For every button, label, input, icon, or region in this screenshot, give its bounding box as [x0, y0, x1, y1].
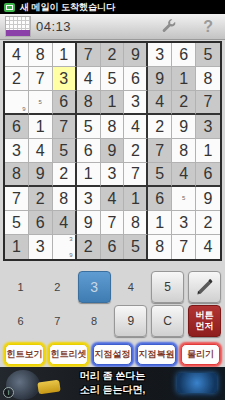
digit-2-button[interactable]: 2	[41, 271, 74, 303]
cell-value: 5	[12, 214, 21, 232]
cell-value: 7	[155, 142, 164, 160]
cell-r5c2[interactable]: 4	[29, 139, 53, 163]
cell-r5c8[interactable]: 8	[172, 139, 196, 163]
digit-9-button[interactable]: 9	[114, 305, 147, 337]
cell-value: 7	[36, 70, 45, 88]
cell-r8c7[interactable]: 1	[148, 211, 172, 235]
ad-headline: 머리 좀 쓴다는 소리 듣는다면,	[0, 369, 225, 396]
question-mark-icon: ?	[203, 18, 213, 36]
cell-value: 1	[12, 238, 21, 256]
cell-r8c8[interactable]: 3	[172, 211, 196, 235]
cell-r5c5[interactable]: 9	[101, 139, 125, 163]
control-button-1[interactable]: 힌트보기	[5, 344, 44, 365]
cell-r4c7[interactable]: 2	[148, 115, 172, 139]
cell-r9c2[interactable]: 3	[29, 235, 53, 259]
cell-value: 1	[131, 190, 140, 208]
candidate-mark: 9	[20, 106, 28, 113]
cell-value: 8	[131, 214, 140, 232]
cell-value: 8	[179, 142, 188, 160]
pen-mode-button[interactable]	[188, 271, 221, 303]
control-button-3[interactable]: 지점설정	[93, 344, 132, 365]
cell-value: 3	[108, 165, 117, 183]
cell-r7c1[interactable]: 7	[5, 187, 29, 211]
cell-value: 1	[179, 70, 188, 88]
pen-marker-icon	[194, 277, 214, 297]
ad-headline-line1: 머리 좀 쓴다는	[0, 369, 225, 383]
cell-value: 6	[84, 142, 93, 160]
status-bar: 새 메일이 도착했습니다	[0, 0, 225, 14]
cell-value: 5	[155, 165, 164, 183]
cell-r9c6[interactable]: 5	[124, 235, 148, 259]
cell-value: 7	[12, 190, 21, 208]
cell-r8c5[interactable]: 7	[101, 211, 125, 235]
cell-value: 4	[12, 46, 21, 64]
cell-r3c4[interactable]: 8	[77, 91, 101, 115]
cell-value: 3	[59, 70, 68, 88]
number-pad: 12345 6789C버튼 먼저	[0, 261, 225, 337]
cell-value: 2	[108, 46, 117, 64]
candidate-mark: 3	[67, 235, 74, 243]
cell-r1c5[interactable]: 2	[101, 43, 125, 67]
button-first-mode-button[interactable]: 버튼 먼저	[188, 305, 221, 337]
cell-r4c2[interactable]: 1	[29, 115, 53, 139]
cell-r6c2[interactable]: 9	[29, 163, 53, 187]
cell-r2c4[interactable]: 4	[77, 67, 101, 91]
cell-value: 4	[36, 142, 45, 160]
cell-r7c9[interactable]: 9	[196, 187, 220, 211]
cell-value: 1	[59, 46, 68, 64]
cell-r4c4[interactable]: 5	[77, 115, 101, 139]
cell-r6c5[interactable]: 3	[101, 163, 125, 187]
cell-r2c7[interactable]: 9	[148, 67, 172, 91]
cell-r2c2[interactable]: 7	[29, 67, 53, 91]
cell-value: 3	[155, 46, 164, 64]
cell-value: 8	[155, 238, 164, 256]
cell-value: 3	[179, 214, 188, 232]
cell-r9c3[interactable]: 39	[53, 235, 77, 259]
cell-value: 9	[131, 46, 140, 64]
cell-r3c2[interactable]: 5	[29, 91, 53, 115]
cell-value: 2	[84, 238, 93, 256]
cell-r6c6[interactable]: 7	[124, 163, 148, 187]
cell-r2c1[interactable]: 2	[5, 67, 29, 91]
control-button-2[interactable]: 힌트리셋	[49, 344, 88, 365]
cell-value: 4	[108, 190, 117, 208]
cell-r3c6[interactable]: 3	[124, 91, 148, 115]
cell-value: 8	[84, 93, 93, 111]
cell-value: 4	[84, 70, 93, 88]
cell-r1c7[interactable]: 3	[148, 43, 172, 67]
cell-value: 5	[131, 238, 140, 256]
new-mail-icon	[4, 3, 15, 12]
cell-value: 1	[36, 118, 45, 136]
cell-r1c9[interactable]: 5	[196, 43, 220, 67]
cell-r4c9[interactable]: 3	[196, 115, 220, 139]
ad-banner[interactable]: 머리 좀 쓴다는 소리 듣는다면, i	[0, 367, 225, 400]
cell-r2c3[interactable]: 3	[53, 67, 77, 91]
cell-r3c7[interactable]: 4	[148, 91, 172, 115]
digit-8-button[interactable]: 8	[78, 305, 111, 337]
cell-r6c9[interactable]: 6	[196, 163, 220, 187]
cell-value: 9	[179, 118, 188, 136]
cell-value: 9	[108, 142, 117, 160]
cell-value: 5	[204, 46, 213, 64]
cell-r9c7[interactable]: 8	[148, 235, 172, 259]
cell-r8c2[interactable]: 6	[29, 211, 53, 235]
cell-value: 2	[179, 93, 188, 111]
digit-4-button[interactable]: 4	[114, 271, 147, 303]
cell-value: 2	[204, 214, 213, 232]
cell-value: 5	[108, 70, 117, 88]
cell-r2c5[interactable]: 5	[101, 67, 125, 91]
cell-r1c4[interactable]: 7	[77, 43, 101, 67]
cell-value: 5	[84, 118, 93, 136]
cell-value: 1	[204, 142, 213, 160]
digit-3-button[interactable]: 3	[78, 271, 111, 303]
cell-value: 5	[59, 142, 68, 160]
cell-value: 6	[155, 190, 164, 208]
cell-r7c8[interactable]: 5	[172, 187, 196, 211]
cell-r5c4[interactable]: 6	[77, 139, 101, 163]
cell-r7c7[interactable]: 6	[148, 187, 172, 211]
digit-5-button[interactable]: 5	[151, 271, 184, 303]
cell-r6c8[interactable]: 4	[172, 163, 196, 187]
ad-headline-line2: 소리 듣는다면,	[0, 383, 225, 397]
cell-r5c9[interactable]: 1	[196, 139, 220, 163]
cell-r4c1[interactable]: 6	[5, 115, 29, 139]
cell-r6c4[interactable]: 1	[77, 163, 101, 187]
cell-value: 3	[131, 93, 140, 111]
cell-value: 3	[36, 238, 45, 256]
cell-value: 2	[59, 165, 68, 183]
cell-r6c7[interactable]: 5	[148, 163, 172, 187]
cell-r1c1[interactable]: 4	[5, 43, 29, 67]
cell-value: 6	[131, 70, 140, 88]
cell-value: 6	[204, 165, 213, 183]
cell-r7c4[interactable]: 3	[77, 187, 101, 211]
cell-value: 8	[12, 165, 21, 183]
cell-r5c3[interactable]: 5	[53, 139, 77, 163]
cell-r1c3[interactable]: 1	[53, 43, 77, 67]
cell-value: 2	[12, 70, 21, 88]
cell-r7c5[interactable]: 4	[101, 187, 125, 211]
sudoku-board: 4817293652734569189568134276175842933456…	[3, 41, 222, 261]
cell-value: 4	[59, 214, 68, 232]
cell-value: 2	[155, 118, 164, 136]
cell-r9c4[interactable]: 2	[77, 235, 101, 259]
cell-r4c5[interactable]: 8	[101, 115, 125, 139]
cell-value: 9	[36, 165, 45, 183]
control-button-4[interactable]: 지점복원	[137, 344, 176, 365]
cell-r1c8[interactable]: 6	[172, 43, 196, 67]
cell-value: 7	[204, 93, 213, 111]
cell-r5c6[interactable]: 2	[124, 139, 148, 163]
cell-r7c6[interactable]: 1	[124, 187, 148, 211]
status-notification-text: 새 메일이 도착했습니다	[20, 1, 115, 14]
cell-value: 7	[84, 46, 93, 64]
app-screen: 새 메일이 도착했습니다 04:13 ? 4817293652734569189…	[0, 0, 225, 400]
cell-value: 7	[108, 214, 117, 232]
digit-6-button[interactable]: 6	[4, 305, 37, 337]
cell-r3c1[interactable]: 9	[5, 91, 29, 115]
control-button-5[interactable]: 물리기	[181, 344, 220, 365]
control-button-row: 힌트보기힌트리셋지점설정지점복원물리기	[0, 337, 225, 365]
app-logo	[5, 16, 31, 37]
cell-value: 1	[108, 93, 117, 111]
cell-r8c4[interactable]: 9	[77, 211, 101, 235]
cell-value: 2	[36, 190, 45, 208]
cell-value: 4	[155, 93, 164, 111]
cell-value: 6	[12, 118, 21, 136]
cell-r8c3[interactable]: 4	[53, 211, 77, 235]
cell-r8c1[interactable]: 5	[5, 211, 29, 235]
cell-r2c8[interactable]: 1	[172, 67, 196, 91]
cell-value: 6	[59, 93, 68, 111]
cell-r9c9[interactable]: 4	[196, 235, 220, 259]
cell-value: 7	[59, 118, 68, 136]
cell-value: 9	[84, 214, 93, 232]
cell-value: 4	[131, 118, 140, 136]
cell-value: 3	[12, 142, 21, 160]
cell-value: 1	[84, 165, 93, 183]
cell-value: 8	[36, 46, 45, 64]
cell-value: 6	[108, 238, 117, 256]
cell-value: 4	[204, 238, 213, 256]
settings-wrench-button[interactable]	[160, 18, 177, 35]
game-timer: 04:13	[36, 19, 71, 34]
cell-r7c2[interactable]: 2	[29, 187, 53, 211]
cell-value: 8	[59, 190, 68, 208]
cell-r3c9[interactable]: 7	[196, 91, 220, 115]
candidate-mark: 5	[36, 98, 44, 105]
cell-r4c8[interactable]: 9	[172, 115, 196, 139]
clear-button[interactable]: C	[151, 305, 184, 337]
cell-r4c3[interactable]: 7	[53, 115, 77, 139]
cell-r2c6[interactable]: 6	[124, 67, 148, 91]
cell-r1c6[interactable]: 9	[124, 43, 148, 67]
cell-r2c9[interactable]: 8	[196, 67, 220, 91]
cell-value: 8	[204, 70, 213, 88]
cell-value: 9	[204, 190, 213, 208]
cell-value: 8	[108, 118, 117, 136]
cell-value: 4	[179, 165, 188, 183]
cell-r6c3[interactable]: 2	[53, 163, 77, 187]
cell-r9c5[interactable]: 6	[101, 235, 125, 259]
help-button[interactable]: ?	[203, 18, 213, 36]
cell-r5c7[interactable]: 7	[148, 139, 172, 163]
app-header: 04:13 ?	[0, 14, 225, 40]
cell-r8c6[interactable]: 8	[124, 211, 148, 235]
cell-value: 3	[204, 118, 213, 136]
candidate-mark: 5	[180, 195, 188, 203]
cell-r3c5[interactable]: 1	[101, 91, 125, 115]
cell-value: 6	[36, 214, 45, 232]
cell-r1c2[interactable]: 8	[29, 43, 53, 67]
cell-value: 7	[131, 165, 140, 183]
digit-1-button[interactable]: 1	[4, 271, 37, 303]
cell-r9c8[interactable]: 7	[172, 235, 196, 259]
cell-r3c3[interactable]: 6	[53, 91, 77, 115]
cell-r9c1[interactable]: 1	[5, 235, 29, 259]
cell-value: 3	[84, 190, 93, 208]
cell-value: 6	[179, 46, 188, 64]
digit-7-button[interactable]: 7	[41, 305, 74, 337]
cell-r5c1[interactable]: 3	[5, 139, 29, 163]
cell-r7c3[interactable]: 8	[53, 187, 77, 211]
cell-value: 7	[179, 238, 188, 256]
ad-info-icon[interactable]: i	[3, 387, 14, 398]
cell-r6c1[interactable]: 8	[5, 163, 29, 187]
cell-r3c8[interactable]: 2	[172, 91, 196, 115]
candidate-mark: 9	[67, 251, 74, 259]
cell-value: 9	[155, 70, 164, 88]
cell-value: 2	[131, 142, 140, 160]
cell-r8c9[interactable]: 2	[196, 211, 220, 235]
cell-r4c6[interactable]: 4	[124, 115, 148, 139]
wrench-icon	[160, 18, 177, 35]
cell-value: 1	[155, 214, 164, 232]
